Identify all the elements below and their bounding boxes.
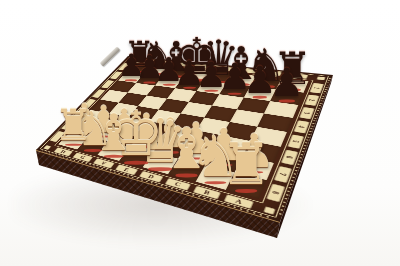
red-base-ring	[183, 87, 196, 89]
corner-cartouche	[263, 206, 275, 215]
red-base-ring	[65, 144, 82, 147]
piece-black-pawn[interactable]: ♟	[117, 50, 145, 81]
chess-set-photo: HGFEDCBA12345678 ♜♞♝♛♚♝♞♜♟♟♟♟♟♟♟♟♟♟♟♟♟♟♟…	[0, 0, 400, 266]
rank-label-4: 4	[293, 120, 309, 133]
rank-label-5: 5	[287, 134, 304, 149]
red-base-ring	[235, 189, 258, 192]
piece-white-rook[interactable]: ♜	[54, 103, 93, 146]
red-base-ring	[204, 181, 226, 184]
corner-cartouche	[43, 145, 51, 150]
red-base-ring	[228, 93, 242, 95]
rank-label-3: 3	[299, 107, 315, 119]
red-base-ring	[279, 100, 294, 102]
red-base-ring	[252, 96, 267, 98]
red-base-ring	[162, 84, 175, 86]
red-base-ring	[204, 90, 218, 92]
red-base-ring	[125, 79, 137, 81]
rank-label-2: 2	[304, 94, 319, 106]
corner-cartouche	[316, 76, 325, 80]
